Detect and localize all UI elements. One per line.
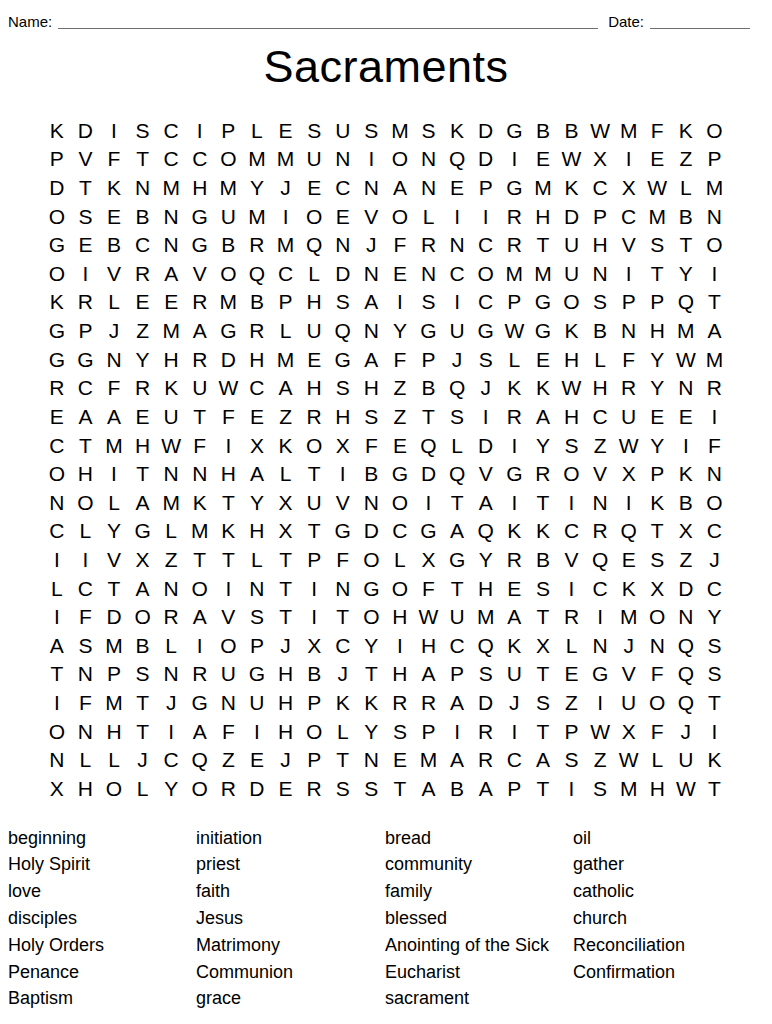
grid-cell: X (614, 173, 643, 202)
grid-cell: C (328, 173, 357, 202)
grid-cell: O (43, 459, 72, 488)
word-item: grace (196, 985, 385, 1012)
grid-cell: X (672, 517, 701, 546)
grid-cell: D (414, 459, 443, 488)
grid-cell: L (100, 488, 129, 517)
grid-cell: V (71, 145, 100, 174)
grid-cell: R (243, 230, 272, 259)
name-blank-line (58, 12, 598, 29)
grid-cell: F (700, 431, 729, 460)
grid-cell: B (672, 202, 701, 231)
grid-cell: W (500, 316, 529, 345)
grid-cell: N (672, 602, 701, 631)
grid-cell: T (185, 545, 214, 574)
grid-cell: Q (443, 373, 472, 402)
grid-cell: X (586, 145, 615, 174)
grid-cell: N (128, 173, 157, 202)
grid-cell: T (43, 660, 72, 689)
word-column-1: beginningHoly SpiritlovedisciplesHoly Or… (8, 825, 196, 1013)
grid-cell: W (586, 717, 615, 746)
grid-cell: F (643, 660, 672, 689)
grid-cell: V (614, 660, 643, 689)
grid-cell: S (128, 660, 157, 689)
grid-cell: Q (443, 459, 472, 488)
grid-cell: G (414, 316, 443, 345)
grid-cell: N (157, 230, 186, 259)
grid-cell: Q (614, 517, 643, 546)
name-label: Name: (8, 14, 52, 31)
grid-cell: O (386, 202, 415, 231)
grid-cell: L (443, 431, 472, 460)
grid-cell: T (328, 602, 357, 631)
grid-cell: N (214, 688, 243, 717)
grid-cell: N (443, 230, 472, 259)
grid-cell: U (500, 660, 529, 689)
grid-cell: C (271, 259, 300, 288)
grid-cell: U (443, 602, 472, 631)
grid-cell: R (500, 545, 529, 574)
grid-cell: N (43, 745, 72, 774)
grid-cell: K (357, 688, 386, 717)
grid-cell: K (500, 517, 529, 546)
grid-cell: A (700, 316, 729, 345)
grid-cell: S (414, 288, 443, 317)
word-item: priest (196, 851, 385, 878)
grid-cell: F (214, 717, 243, 746)
word-item: gather (573, 851, 772, 878)
grid-cell: O (386, 574, 415, 603)
grid-cell: E (43, 402, 72, 431)
grid-cell: A (185, 717, 214, 746)
grid-cell: J (500, 688, 529, 717)
grid-cell: F (643, 116, 672, 145)
grid-cell: N (643, 631, 672, 660)
grid-cell: C (700, 517, 729, 546)
grid-cell: P (71, 316, 100, 345)
grid-cell: L (586, 345, 615, 374)
grid-cell: X (614, 717, 643, 746)
word-item: Holy Spirit (8, 851, 196, 878)
grid-cell: G (43, 316, 72, 345)
grid-cell: C (471, 230, 500, 259)
grid-cell: P (614, 288, 643, 317)
grid-cell: U (557, 259, 586, 288)
grid-cell: K (557, 173, 586, 202)
grid-cell: W (557, 373, 586, 402)
grid-cell: B (586, 316, 615, 345)
grid-cell: N (43, 488, 72, 517)
grid-cell: R (71, 288, 100, 317)
grid-cell: E (128, 288, 157, 317)
grid-cell: F (71, 688, 100, 717)
grid-cell: L (100, 288, 129, 317)
grid-cell: R (300, 402, 329, 431)
grid-cell: P (43, 145, 72, 174)
grid-cell: T (357, 660, 386, 689)
grid-cell: M (271, 345, 300, 374)
grid-cell: E (100, 202, 129, 231)
grid-cell: I (586, 688, 615, 717)
grid-cell: E (71, 230, 100, 259)
grid-cell: I (71, 259, 100, 288)
grid-cell: A (414, 774, 443, 803)
grid-cell: G (185, 688, 214, 717)
grid-cell: C (185, 145, 214, 174)
grid-cell: S (700, 660, 729, 689)
grid-cell: C (500, 745, 529, 774)
grid-cell: K (328, 688, 357, 717)
date-label: Date: (608, 14, 644, 31)
grid-cell: J (157, 688, 186, 717)
grid-cell: K (271, 431, 300, 460)
grid-cell: T (529, 774, 558, 803)
grid-cell: U (300, 316, 329, 345)
grid-cell: V (185, 259, 214, 288)
grid-cell: W (414, 602, 443, 631)
grid-cell: H (271, 660, 300, 689)
grid-cell: T (700, 774, 729, 803)
grid-cell: N (614, 316, 643, 345)
grid-cell: E (443, 173, 472, 202)
grid-cell: I (443, 717, 472, 746)
grid-cell: P (414, 345, 443, 374)
grid-cell: L (43, 574, 72, 603)
grid-cell: S (128, 116, 157, 145)
grid-cell: K (672, 116, 701, 145)
word-item: Reconciliation (573, 932, 772, 959)
grid-cell: Y (357, 631, 386, 660)
grid-cell: P (557, 717, 586, 746)
grid-cell: R (529, 459, 558, 488)
grid-cell: A (443, 688, 472, 717)
grid-cell: H (471, 574, 500, 603)
grid-cell: B (128, 202, 157, 231)
grid-cell: C (243, 373, 272, 402)
grid-cell: G (500, 459, 529, 488)
grid-cell: E (386, 745, 415, 774)
grid-cell: T (328, 745, 357, 774)
grid-cell: R (586, 517, 615, 546)
grid-cell: G (328, 345, 357, 374)
grid-cell: Q (672, 288, 701, 317)
grid-cell: R (386, 688, 415, 717)
grid-cell: L (71, 517, 100, 546)
grid-cell: L (157, 631, 186, 660)
grid-cell: I (271, 202, 300, 231)
grid-cell: T (100, 574, 129, 603)
grid-cell: P (300, 745, 329, 774)
grid-cell: G (500, 116, 529, 145)
grid-cell: X (271, 517, 300, 546)
grid-cell: F (100, 373, 129, 402)
grid-cell: R (471, 717, 500, 746)
grid-cell: H (243, 517, 272, 546)
grid-cell: R (471, 745, 500, 774)
grid-cell: A (443, 745, 472, 774)
grid-cell: S (357, 774, 386, 803)
grid-cell: A (128, 574, 157, 603)
grid-cell: Y (157, 774, 186, 803)
grid-cell: O (471, 259, 500, 288)
grid-cell: W (586, 116, 615, 145)
grid-cell: C (71, 373, 100, 402)
grid-cell: T (529, 717, 558, 746)
grid-cell: T (529, 660, 558, 689)
grid-cell: K (157, 373, 186, 402)
word-item: oil (573, 825, 772, 852)
grid-cell: J (614, 631, 643, 660)
word-item: sacrament (385, 985, 573, 1012)
grid-cell: I (586, 602, 615, 631)
grid-cell: J (672, 717, 701, 746)
grid-cell: R (414, 688, 443, 717)
grid-cell: O (71, 488, 100, 517)
grid-cell: S (557, 431, 586, 460)
grid-cell: I (700, 717, 729, 746)
grid-cell: G (500, 173, 529, 202)
grid-cell: O (300, 717, 329, 746)
grid-cell: S (643, 545, 672, 574)
grid-cell: T (128, 688, 157, 717)
grid-cell: I (672, 431, 701, 460)
grid-cell: Z (586, 431, 615, 460)
grid-cell: A (271, 373, 300, 402)
grid-cell: S (529, 688, 558, 717)
grid-cell: O (43, 259, 72, 288)
grid-cell: M (643, 202, 672, 231)
grid-cell: I (214, 431, 243, 460)
word-item: disciples (8, 905, 196, 932)
grid-cell: X (414, 545, 443, 574)
grid-cell: B (529, 116, 558, 145)
worksheet-header: Name: Date: (0, 0, 772, 30)
grid-cell: I (100, 459, 129, 488)
grid-cell: H (128, 431, 157, 460)
grid-cell: D (471, 116, 500, 145)
grid-cell: A (529, 745, 558, 774)
grid-cell: N (157, 202, 186, 231)
grid-cell: G (443, 545, 472, 574)
grid-cell: S (557, 745, 586, 774)
grid-cell: J (328, 660, 357, 689)
grid-cell: F (614, 345, 643, 374)
grid-cell: G (185, 230, 214, 259)
grid-cell: M (100, 688, 129, 717)
grid-cell: E (243, 402, 272, 431)
grid-cell: O (185, 774, 214, 803)
grid-cell: T (386, 774, 415, 803)
grid-cell: T (214, 488, 243, 517)
word-item: Anointing of the Sick (385, 932, 573, 959)
grid-cell: U (614, 688, 643, 717)
grid-cell: R (185, 345, 214, 374)
grid-cell: X (128, 545, 157, 574)
grid-cell: J (271, 745, 300, 774)
grid-cell: M (672, 316, 701, 345)
grid-cell: K (43, 116, 72, 145)
grid-cell: N (243, 574, 272, 603)
grid-cell: P (586, 202, 615, 231)
grid-cell: A (128, 488, 157, 517)
grid-cell: N (357, 316, 386, 345)
grid-cell: T (128, 145, 157, 174)
grid-cell: N (586, 488, 615, 517)
grid-cell: S (643, 230, 672, 259)
grid-cell: B (300, 660, 329, 689)
grid-cell: Q (586, 545, 615, 574)
grid-cell: I (214, 574, 243, 603)
grid-cell: O (386, 488, 415, 517)
grid-cell: N (157, 660, 186, 689)
grid-cell: M (157, 316, 186, 345)
grid-cell: Q (243, 259, 272, 288)
grid-cell: P (300, 688, 329, 717)
grid-cell: N (71, 717, 100, 746)
grid-cell: I (500, 431, 529, 460)
grid-cell: A (443, 517, 472, 546)
grid-cell: Z (672, 145, 701, 174)
grid-cell: M (100, 431, 129, 460)
grid-cell: K (185, 488, 214, 517)
grid-cell: Y (386, 316, 415, 345)
grid-cell: T (643, 259, 672, 288)
grid-cell: Q (443, 145, 472, 174)
grid-cell: L (71, 745, 100, 774)
grid-cell: A (471, 774, 500, 803)
grid-cell: E (643, 145, 672, 174)
grid-cell: D (672, 574, 701, 603)
grid-cell: U (557, 230, 586, 259)
grid-cell: W (614, 745, 643, 774)
grid-cell: B (529, 545, 558, 574)
grid-cell: T (672, 230, 701, 259)
grid-cell: R (128, 373, 157, 402)
grid-cell: E (500, 574, 529, 603)
grid-cell: G (243, 660, 272, 689)
grid-cell: K (214, 517, 243, 546)
grid-cell: M (157, 173, 186, 202)
grid-cell: X (243, 431, 272, 460)
grid-cell: H (271, 688, 300, 717)
grid-cell: I (300, 574, 329, 603)
grid-cell: A (386, 173, 415, 202)
grid-cell: C (614, 202, 643, 231)
grid-cell: I (185, 116, 214, 145)
grid-cell: H (586, 230, 615, 259)
grid-cell: Z (557, 688, 586, 717)
grid-cell: Y (529, 431, 558, 460)
grid-cell: I (443, 202, 472, 231)
grid-cell: I (557, 488, 586, 517)
grid-cell: O (300, 202, 329, 231)
grid-cell: O (700, 488, 729, 517)
grid-cell: H (643, 774, 672, 803)
grid-cell: Q (185, 745, 214, 774)
grid-cell: T (529, 488, 558, 517)
word-item: family (385, 878, 573, 905)
grid-cell: U (243, 688, 272, 717)
grid-cell: Y (471, 545, 500, 574)
grid-cell: W (214, 373, 243, 402)
grid-cell: H (557, 402, 586, 431)
grid-cell: V (100, 545, 129, 574)
grid-cell: E (672, 402, 701, 431)
grid-cell: E (529, 145, 558, 174)
grid-cell: L (128, 774, 157, 803)
grid-cell: E (386, 431, 415, 460)
grid-cell: K (43, 288, 72, 317)
grid-cell: G (529, 288, 558, 317)
grid-cell: Y (243, 173, 272, 202)
grid-cell: O (214, 259, 243, 288)
grid-cell: W (672, 774, 701, 803)
grid-cell: Y (357, 717, 386, 746)
grid-cell: S (328, 774, 357, 803)
grid-cell: H (214, 459, 243, 488)
grid-cell: D (43, 173, 72, 202)
grid-cell: Z (672, 545, 701, 574)
grid-cell: F (214, 402, 243, 431)
grid-cell: E (557, 660, 586, 689)
grid-cell: V (100, 259, 129, 288)
grid-cell: A (157, 259, 186, 288)
grid-cell: V (328, 488, 357, 517)
grid-cell: X (614, 459, 643, 488)
grid-cell: K (643, 488, 672, 517)
grid-cell: G (214, 316, 243, 345)
grid-cell: H (529, 202, 558, 231)
grid-cell: U (328, 116, 357, 145)
grid-cell: W (672, 345, 701, 374)
grid-cell: A (500, 602, 529, 631)
grid-cell: C (443, 631, 472, 660)
grid-cell: B (443, 774, 472, 803)
word-item: love (8, 878, 196, 905)
grid-cell: N (157, 574, 186, 603)
grid-cell: X (300, 631, 329, 660)
grid-cell: C (43, 517, 72, 546)
grid-cell: H (185, 173, 214, 202)
grid-cell: B (128, 631, 157, 660)
grid-cell: U (672, 745, 701, 774)
grid-cell: Q (328, 316, 357, 345)
grid-cell: T (443, 488, 472, 517)
grid-cell: K (529, 373, 558, 402)
grid-cell: V (471, 459, 500, 488)
grid-cell: D (471, 431, 500, 460)
grid-cell: C (557, 517, 586, 546)
grid-cell: C (328, 631, 357, 660)
grid-cell: Y (643, 345, 672, 374)
grid-cell: R (500, 230, 529, 259)
grid-cell: F (71, 602, 100, 631)
grid-cell: N (328, 574, 357, 603)
grid-cell: R (157, 602, 186, 631)
grid-cell: G (414, 517, 443, 546)
grid-cell: S (443, 402, 472, 431)
grid-cell: S (328, 373, 357, 402)
grid-cell: T (700, 688, 729, 717)
grid-cell: I (500, 717, 529, 746)
grid-cell: K (443, 116, 472, 145)
grid-cell: N (357, 488, 386, 517)
grid-cell: O (214, 145, 243, 174)
grid-cell: A (357, 288, 386, 317)
grid-cell: J (128, 745, 157, 774)
grid-cell: C (157, 745, 186, 774)
grid-cell: L (386, 545, 415, 574)
grid-cell: G (128, 517, 157, 546)
